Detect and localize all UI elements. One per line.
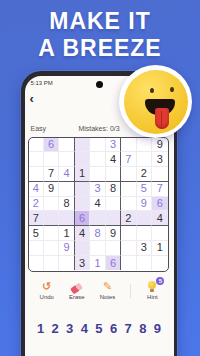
headline-line2: A BREEZE: [0, 35, 200, 62]
cell-r9c8[interactable]: [137, 256, 152, 271]
cell-r7c2[interactable]: [44, 226, 59, 241]
cell-r1c7[interactable]: [121, 138, 136, 153]
cell-r4c7[interactable]: [121, 182, 136, 197]
cell-r2c6[interactable]: 4: [106, 152, 121, 167]
cell-r6c3[interactable]: [59, 211, 74, 226]
cell-r4c5[interactable]: 3: [90, 182, 105, 197]
notes-button[interactable]: ✎ Notes: [100, 281, 116, 300]
cell-r1c2[interactable]: 6: [44, 138, 59, 153]
status-time: 5:13 PM: [31, 80, 53, 86]
cell-r3c3[interactable]: 4: [59, 167, 74, 182]
cell-r9c5[interactable]: 1: [90, 256, 105, 271]
cell-r8c3[interactable]: 9: [59, 241, 74, 256]
cell-r1c9[interactable]: 9: [152, 138, 167, 153]
cell-r6c8[interactable]: [137, 211, 152, 226]
cell-r7c8[interactable]: [137, 226, 152, 241]
numpad-key-9[interactable]: 9: [154, 321, 161, 336]
cell-r8c8[interactable]: 3: [137, 241, 152, 256]
cell-r8c5[interactable]: [90, 241, 105, 256]
cell-r2c8[interactable]: [137, 152, 152, 167]
cell-r3c2[interactable]: 7: [44, 167, 59, 182]
numpad: 123456789: [25, 319, 174, 339]
cell-r8c4[interactable]: [75, 241, 90, 256]
bulb-icon: 5: [146, 281, 158, 292]
hint-count-badge: 5: [156, 277, 164, 285]
cell-r4c6[interactable]: 8: [106, 182, 121, 197]
emoji-right-eye: [170, 87, 174, 93]
cell-r2c2[interactable]: [44, 152, 59, 167]
cell-r8c6[interactable]: [106, 241, 121, 256]
numpad-key-2[interactable]: 2: [51, 321, 58, 336]
numpad-key-8[interactable]: 8: [139, 321, 146, 336]
cell-r2c4[interactable]: [75, 152, 90, 167]
back-button[interactable]: ‹: [30, 92, 34, 105]
cell-r2c9[interactable]: 3: [152, 152, 167, 167]
cell-r4c1[interactable]: 4: [29, 182, 44, 197]
cell-r4c8[interactable]: 5: [137, 182, 152, 197]
emoji-tongue: [155, 108, 169, 129]
cell-r5c6[interactable]: [106, 197, 121, 212]
cell-r9c4[interactable]: 3: [75, 256, 90, 271]
cell-r7c6[interactable]: 9: [106, 226, 121, 241]
cell-r3c8[interactable]: 2: [137, 167, 152, 182]
cell-r3c4[interactable]: 1: [75, 167, 90, 182]
cell-r9c1[interactable]: [29, 256, 44, 271]
cell-r7c3[interactable]: 1: [59, 226, 74, 241]
cell-r2c3[interactable]: [59, 152, 74, 167]
hint-button[interactable]: 5 Hint: [146, 281, 158, 300]
cell-r4c4[interactable]: [75, 182, 90, 197]
pencil-icon: ✎: [103, 281, 112, 292]
cell-r3c1[interactable]: [29, 167, 44, 182]
hint-label: Hint: [147, 294, 158, 300]
cell-r3c9[interactable]: [152, 167, 167, 182]
eraser-icon: [70, 282, 83, 294]
cell-r5c4[interactable]: [75, 197, 90, 212]
undo-button[interactable]: ↺ Undo: [40, 281, 54, 300]
cell-r1c8[interactable]: [137, 138, 152, 153]
cell-r2c5[interactable]: [90, 152, 105, 167]
sudoku-grid: 639473741249385728496762451489931316: [28, 137, 169, 272]
numpad-key-5[interactable]: 5: [95, 321, 102, 336]
toolbar-divider: [130, 284, 131, 298]
cell-r7c1[interactable]: 5: [29, 226, 44, 241]
cell-r6c6[interactable]: [106, 211, 121, 226]
cell-r4c9[interactable]: 7: [152, 182, 167, 197]
cell-r3c7[interactable]: [121, 167, 136, 182]
cell-r5c8[interactable]: 9: [137, 197, 152, 212]
emoji-left-eye: [150, 88, 154, 94]
cell-r8c7[interactable]: [121, 241, 136, 256]
cell-r1c3[interactable]: [59, 138, 74, 153]
cell-r7c9[interactable]: [152, 226, 167, 241]
cell-r9c3[interactable]: [59, 256, 74, 271]
undo-icon: ↺: [42, 281, 51, 292]
notes-label: Notes: [100, 294, 116, 300]
cell-r9c2[interactable]: [44, 256, 59, 271]
cell-r9c6[interactable]: 6: [106, 256, 121, 271]
cell-r4c3[interactable]: [59, 182, 74, 197]
cell-r6c9[interactable]: 4: [152, 211, 167, 226]
numpad-key-7[interactable]: 7: [125, 321, 132, 336]
cell-r5c7[interactable]: [121, 197, 136, 212]
cell-r5c2[interactable]: [44, 197, 59, 212]
cell-r1c1[interactable]: [29, 138, 44, 153]
numpad-key-3[interactable]: 3: [66, 321, 73, 336]
cell-r6c4[interactable]: 6: [75, 211, 90, 226]
cell-r1c5[interactable]: [90, 138, 105, 153]
headline-line1: MAKE IT: [0, 8, 200, 35]
erase-button[interactable]: Erase: [69, 282, 85, 300]
cell-r6c5[interactable]: [90, 211, 105, 226]
cell-r6c7[interactable]: 2: [121, 211, 136, 226]
cell-r1c6[interactable]: 3: [106, 138, 121, 153]
cell-r8c9[interactable]: 1: [152, 241, 167, 256]
cell-r1c4[interactable]: [75, 138, 90, 153]
cell-r6c2[interactable]: [44, 211, 59, 226]
cell-r9c7[interactable]: [121, 256, 136, 271]
camera-punch-hole: [96, 81, 103, 88]
numpad-key-4[interactable]: 4: [81, 321, 88, 336]
headline: MAKE IT A BREEZE: [0, 8, 200, 62]
undo-label: Undo: [40, 294, 54, 300]
emoji-face: [124, 70, 188, 134]
ad-banner: MAKE IT A BREEZE 5:13 PM ‹ Easy Mistakes…: [0, 0, 200, 356]
cell-r9c9[interactable]: [152, 256, 167, 271]
cell-r5c5[interactable]: 4: [90, 197, 105, 212]
numpad-key-1[interactable]: 1: [37, 321, 44, 336]
cell-r5c3[interactable]: 8: [59, 197, 74, 212]
numpad-key-6[interactable]: 6: [110, 321, 117, 336]
cell-r3c5[interactable]: [90, 167, 105, 182]
cell-r3c6[interactable]: [106, 167, 121, 182]
cell-r8c2[interactable]: [44, 241, 59, 256]
tongue-out-emoji: [119, 65, 192, 138]
cell-r2c7[interactable]: 7: [121, 152, 136, 167]
cell-r7c5[interactable]: 8: [90, 226, 105, 241]
cell-r7c7[interactable]: [121, 226, 136, 241]
cell-r6c1[interactable]: 7: [29, 211, 44, 226]
cell-r4c2[interactable]: 9: [44, 182, 59, 197]
erase-label: Erase: [69, 294, 85, 300]
cell-r8c1[interactable]: [29, 241, 44, 256]
cell-r7c4[interactable]: 4: [75, 226, 90, 241]
cell-r5c9[interactable]: 6: [152, 197, 167, 212]
cell-r5c1[interactable]: 2: [29, 197, 44, 212]
toolbar: ↺ Undo Erase ✎ Notes 5: [25, 278, 174, 304]
cell-r2c1[interactable]: [29, 152, 44, 167]
